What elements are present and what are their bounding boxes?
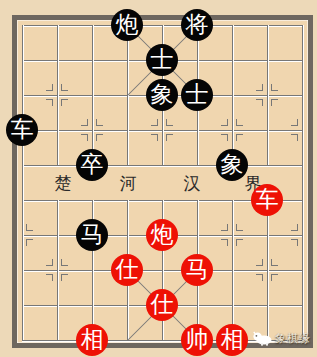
stage: 楚河汉界炮将士象士车卒象马车炮仕马仕相帅相 象棋缘 [0,0,317,357]
red-cannon[interactable]: 炮 [146,219,178,251]
xiangqi-board: 楚河汉界炮将士象士车卒象马车炮仕马仕相帅相 [0,0,317,357]
red-elephant-1[interactable]: 相 [76,324,108,356]
black-elephant-1[interactable]: 象 [146,79,178,111]
black-horse[interactable]: 马 [76,219,108,251]
black-chariot[interactable]: 车 [6,114,38,146]
black-elephant-2[interactable]: 象 [216,149,248,181]
black-general[interactable]: 将 [181,9,213,41]
red-horse[interactable]: 马 [181,254,213,286]
red-elephant-2[interactable]: 相 [216,324,248,356]
black-cannon[interactable]: 炮 [111,9,143,41]
watermark: 象棋缘 [253,331,311,346]
red-advisor-2[interactable]: 仕 [146,289,178,321]
red-chariot[interactable]: 车 [251,184,283,216]
red-advisor-1[interactable]: 仕 [111,254,143,286]
black-soldier[interactable]: 卒 [76,149,108,181]
red-general[interactable]: 帅 [181,324,213,356]
watermark-label: 象棋缘 [275,331,311,346]
lamb-mascot-icon [253,331,272,346]
black-advisor-1[interactable]: 士 [146,44,178,76]
black-advisor-2[interactable]: 士 [181,79,213,111]
